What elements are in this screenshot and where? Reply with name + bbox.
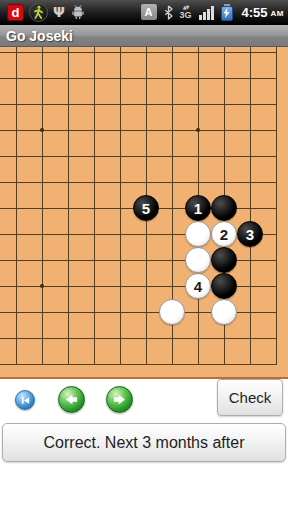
result-message-text: Correct. Next 3 months after: [44, 434, 245, 452]
star-point: [196, 128, 200, 132]
stone-white: [159, 299, 185, 325]
app-screen: d Ψ: [0, 0, 288, 512]
bluetooth-icon: [164, 5, 173, 20]
clock: 4:55 AM: [242, 5, 284, 20]
stone-black: [211, 247, 237, 273]
grid-vline: [94, 47, 95, 365]
signal-strength-icon: [199, 5, 214, 20]
app-title: Go Joseki: [6, 28, 73, 44]
grid-vline: [42, 47, 43, 365]
battery-charging-icon: [221, 4, 233, 21]
walking-figure-icon: [32, 5, 45, 20]
go-board[interactable]: 51234: [0, 47, 288, 379]
grid-hline: [0, 78, 277, 79]
title-bar: Go Joseki: [0, 25, 288, 47]
skip-to-start-icon: [19, 394, 32, 407]
status-bar: d Ψ: [0, 0, 288, 25]
stone-black: [211, 195, 237, 221]
time-text: 4:55: [242, 5, 268, 20]
check-button-label: Check: [229, 389, 272, 406]
stone-white-2: 2: [211, 221, 237, 247]
arrow-left-icon: [63, 391, 80, 408]
grid-hline: [0, 338, 277, 339]
first-move-button[interactable]: [15, 390, 35, 410]
grid-vline: [120, 47, 121, 365]
result-message-button[interactable]: Correct. Next 3 months after: [2, 423, 286, 462]
auto-mode-icon: A: [141, 4, 157, 20]
network-arrows: ▲▼: [183, 5, 189, 10]
usb-icon: Ψ: [53, 4, 65, 20]
grid-vline: [16, 47, 17, 365]
grid-vline: [276, 47, 277, 365]
stone-black-5: 5: [133, 195, 159, 221]
previous-move-button[interactable]: [58, 386, 85, 413]
stone-black-3: 3: [237, 221, 263, 247]
stone-white: [185, 247, 211, 273]
stone-black: [211, 273, 237, 299]
network-3g-icon: ▲▼ 3G: [180, 5, 192, 20]
grid-hline: [0, 104, 277, 105]
grid-hline: [0, 156, 277, 157]
star-point: [40, 128, 44, 132]
arrow-right-icon: [111, 391, 128, 408]
stone-white: [185, 221, 211, 247]
grid-hline: [0, 364, 277, 365]
carrier-docomo-icon: d: [7, 4, 24, 21]
lightning-bolt-icon: [222, 7, 231, 19]
stone-white-4: 4: [185, 273, 211, 299]
grid-hline: [0, 52, 277, 53]
stone-black-1: 1: [185, 195, 211, 221]
next-move-button[interactable]: [106, 386, 133, 413]
android-debug-icon: [70, 4, 86, 20]
grid-vline: [68, 47, 69, 365]
pedometer-walking-icon: [29, 3, 48, 22]
star-point: [40, 284, 44, 288]
grid-vline: [250, 47, 251, 365]
time-meridiem: AM: [271, 9, 284, 18]
grid-hline: [0, 182, 277, 183]
check-button[interactable]: Check: [217, 379, 283, 416]
stone-white: [211, 299, 237, 325]
